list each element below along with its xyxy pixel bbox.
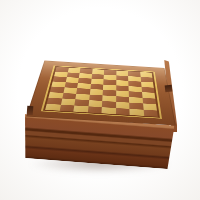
board-square [73,105,88,112]
board-border-line [41,65,162,118]
board-square [116,108,130,115]
finger-notch-left [27,106,34,115]
board-square [129,109,143,116]
board-square [101,107,115,114]
box-lid [26,61,176,126]
product-photo [0,0,200,200]
board-square [87,106,101,113]
finger-notch-right [165,85,173,93]
board-square [59,104,74,111]
chess-board [45,67,158,117]
board-square [143,109,158,116]
